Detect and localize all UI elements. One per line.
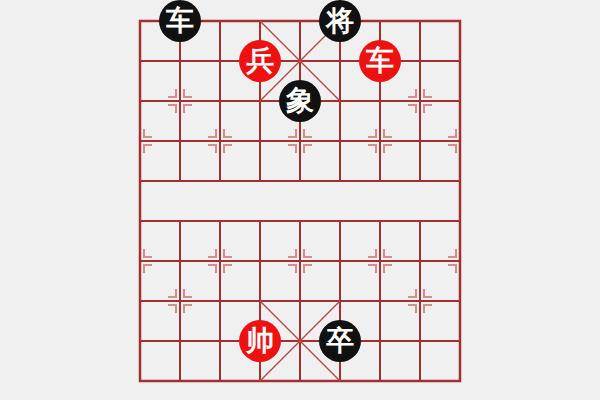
intersection-7-7[interactable] (400, 281, 440, 321)
intersection-0-7[interactable] (120, 281, 160, 321)
red-soldier[interactable]: 兵 (239, 40, 281, 82)
intersection-2-7[interactable] (200, 281, 240, 321)
intersection-2-2[interactable] (200, 81, 240, 121)
intersection-1-9[interactable] (160, 361, 200, 400)
intersection-4-3[interactable] (280, 121, 320, 161)
intersection-7-2[interactable] (400, 81, 440, 121)
intersection-8-2[interactable] (440, 81, 480, 121)
black-chariot[interactable]: 车 (159, 0, 201, 42)
intersection-5-8[interactable]: 卒 (320, 321, 360, 361)
intersection-1-0[interactable]: 车 (160, 1, 200, 41)
intersection-4-8[interactable] (280, 321, 320, 361)
intersection-7-9[interactable] (400, 361, 440, 400)
intersection-5-3[interactable] (320, 121, 360, 161)
intersection-5-2[interactable] (320, 81, 360, 121)
intersection-0-2[interactable] (120, 81, 160, 121)
intersection-0-9[interactable] (120, 361, 160, 400)
intersection-0-0[interactable] (120, 1, 160, 41)
intersection-2-5[interactable] (200, 201, 240, 241)
intersection-2-3[interactable] (200, 121, 240, 161)
intersection-1-2[interactable] (160, 81, 200, 121)
black-soldier[interactable]: 卒 (319, 320, 361, 362)
intersection-8-7[interactable] (440, 281, 480, 321)
black-elephant[interactable]: 象 (279, 80, 321, 122)
intersection-1-1[interactable] (160, 41, 200, 81)
intersection-1-3[interactable] (160, 121, 200, 161)
intersection-1-7[interactable] (160, 281, 200, 321)
intersection-4-7[interactable] (280, 281, 320, 321)
intersection-0-1[interactable] (120, 41, 160, 81)
intersection-3-9[interactable] (240, 361, 280, 400)
intersection-7-5[interactable] (400, 201, 440, 241)
intersection-6-3[interactable] (360, 121, 400, 161)
intersection-1-4[interactable] (160, 161, 200, 201)
intersection-4-6[interactable] (280, 241, 320, 281)
intersection-7-0[interactable] (400, 1, 440, 41)
intersection-6-6[interactable] (360, 241, 400, 281)
intersection-6-7[interactable] (360, 281, 400, 321)
intersection-3-3[interactable] (240, 121, 280, 161)
intersection-7-6[interactable] (400, 241, 440, 281)
intersection-4-4[interactable] (280, 161, 320, 201)
intersection-0-8[interactable] (120, 321, 160, 361)
intersection-3-2[interactable] (240, 81, 280, 121)
intersection-5-6[interactable] (320, 241, 360, 281)
intersection-6-2[interactable] (360, 81, 400, 121)
intersection-4-9[interactable] (280, 361, 320, 400)
intersection-5-4[interactable] (320, 161, 360, 201)
intersection-1-8[interactable] (160, 321, 200, 361)
intersection-8-6[interactable] (440, 241, 480, 281)
intersection-0-4[interactable] (120, 161, 160, 201)
intersection-5-7[interactable] (320, 281, 360, 321)
intersection-4-1[interactable] (280, 41, 320, 81)
intersection-1-5[interactable] (160, 201, 200, 241)
intersection-3-8[interactable]: 帅 (240, 321, 280, 361)
intersection-7-3[interactable] (400, 121, 440, 161)
intersection-3-0[interactable] (240, 1, 280, 41)
intersection-3-6[interactable] (240, 241, 280, 281)
intersection-0-3[interactable] (120, 121, 160, 161)
intersection-8-5[interactable] (440, 201, 480, 241)
red-general[interactable]: 帅 (239, 320, 281, 362)
intersection-0-5[interactable] (120, 201, 160, 241)
intersection-8-3[interactable] (440, 121, 480, 161)
intersection-2-0[interactable] (200, 1, 240, 41)
intersection-6-9[interactable] (360, 361, 400, 400)
intersection-7-4[interactable] (400, 161, 440, 201)
intersection-6-5[interactable] (360, 201, 400, 241)
intersection-8-0[interactable] (440, 1, 480, 41)
intersection-8-4[interactable] (440, 161, 480, 201)
intersection-4-5[interactable] (280, 201, 320, 241)
xiangqi-board: 车将兵车象帅卒 (120, 1, 480, 400)
intersection-6-4[interactable] (360, 161, 400, 201)
intersection-6-8[interactable] (360, 321, 400, 361)
intersection-5-1[interactable] (320, 41, 360, 81)
intersection-5-9[interactable] (320, 361, 360, 400)
intersection-6-0[interactable] (360, 1, 400, 41)
intersection-3-1[interactable]: 兵 (240, 41, 280, 81)
intersection-2-8[interactable] (200, 321, 240, 361)
intersection-2-6[interactable] (200, 241, 240, 281)
intersection-3-4[interactable] (240, 161, 280, 201)
intersection-5-0[interactable]: 将 (320, 1, 360, 41)
intersection-4-0[interactable] (280, 1, 320, 41)
intersection-8-1[interactable] (440, 41, 480, 81)
xiangqi-board-page: 车将兵车象帅卒 (0, 0, 600, 400)
intersection-4-2[interactable]: 象 (280, 81, 320, 121)
intersection-0-6[interactable] (120, 241, 160, 281)
intersection-2-4[interactable] (200, 161, 240, 201)
intersection-2-1[interactable] (200, 41, 240, 81)
black-general[interactable]: 将 (319, 0, 361, 42)
intersection-5-5[interactable] (320, 201, 360, 241)
intersection-8-8[interactable] (440, 321, 480, 361)
intersection-7-1[interactable] (400, 41, 440, 81)
intersection-3-5[interactable] (240, 201, 280, 241)
intersection-8-9[interactable] (440, 361, 480, 400)
red-chariot[interactable]: 车 (359, 40, 401, 82)
intersection-2-9[interactable] (200, 361, 240, 400)
intersection-1-6[interactable] (160, 241, 200, 281)
intersection-3-7[interactable] (240, 281, 280, 321)
intersection-7-8[interactable] (400, 321, 440, 361)
board-grid: 车将兵车象帅卒 (120, 1, 480, 400)
intersection-6-1[interactable]: 车 (360, 41, 400, 81)
